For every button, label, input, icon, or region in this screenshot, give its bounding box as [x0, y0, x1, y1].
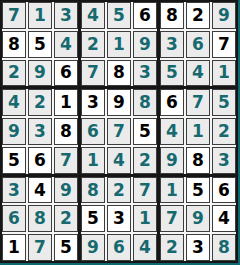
cell-r6c7[interactable]: 9: [160, 147, 184, 174]
cell-r7c5[interactable]: 2: [107, 177, 131, 204]
sudoku-box-2: 456219783: [81, 2, 157, 86]
cell-r4c7[interactable]: 6: [160, 89, 184, 116]
cell-r7c4[interactable]: 8: [81, 177, 105, 204]
cell-r8c4[interactable]: 5: [81, 205, 105, 232]
cell-r8c8[interactable]: 9: [186, 205, 210, 232]
sudoku-box-6: 675412983: [160, 89, 236, 173]
cell-r4c6[interactable]: 8: [133, 89, 157, 116]
cell-r8c6[interactable]: 1: [133, 205, 157, 232]
cell-r9c7[interactable]: 2: [160, 234, 184, 261]
cell-r6c1[interactable]: 5: [2, 147, 26, 174]
cell-r5c1[interactable]: 9: [2, 118, 26, 145]
cell-r4c1[interactable]: 4: [2, 89, 26, 116]
sudoku-box-5: 398675142: [81, 89, 157, 173]
cell-r1c8[interactable]: 2: [186, 2, 210, 29]
cell-r9c8[interactable]: 3: [186, 234, 210, 261]
cell-r2c1[interactable]: 8: [2, 31, 26, 58]
sudoku-box-9: 156794238: [160, 177, 236, 261]
cell-r3c2[interactable]: 9: [28, 60, 52, 87]
cell-r5c7[interactable]: 4: [160, 118, 184, 145]
cell-r6c5[interactable]: 4: [107, 147, 131, 174]
cell-r6c4[interactable]: 1: [81, 147, 105, 174]
cell-r3c8[interactable]: 4: [186, 60, 210, 87]
cell-r8c2[interactable]: 8: [28, 205, 52, 232]
cell-r3c7[interactable]: 5: [160, 60, 184, 87]
cell-r8c1[interactable]: 6: [2, 205, 26, 232]
cell-r1c2[interactable]: 1: [28, 2, 52, 29]
cell-r9c9[interactable]: 8: [212, 234, 236, 261]
cell-r6c2[interactable]: 6: [28, 147, 52, 174]
cell-r5c4[interactable]: 6: [81, 118, 105, 145]
cell-r1c6[interactable]: 6: [133, 2, 157, 29]
cell-r6c9[interactable]: 3: [212, 147, 236, 174]
cell-r5c5[interactable]: 7: [107, 118, 131, 145]
cell-r5c3[interactable]: 8: [54, 118, 78, 145]
cell-r5c6[interactable]: 5: [133, 118, 157, 145]
cell-r5c9[interactable]: 2: [212, 118, 236, 145]
cell-r2c2[interactable]: 5: [28, 31, 52, 58]
cell-r2c4[interactable]: 2: [81, 31, 105, 58]
cell-r2c7[interactable]: 3: [160, 31, 184, 58]
cell-r8c3[interactable]: 2: [54, 205, 78, 232]
cell-r1c7[interactable]: 8: [160, 2, 184, 29]
sudoku-box-4: 421938567: [2, 89, 78, 173]
sudoku-box-7: 349682175: [2, 177, 78, 261]
sudoku-board-frame: 7138542964562197838293675414219385673986…: [0, 0, 240, 265]
cell-r6c6[interactable]: 2: [133, 147, 157, 174]
cell-r2c9[interactable]: 7: [212, 31, 236, 58]
cell-r4c5[interactable]: 9: [107, 89, 131, 116]
sudoku-box-8: 827531964: [81, 177, 157, 261]
cell-r7c3[interactable]: 9: [54, 177, 78, 204]
cell-r3c5[interactable]: 8: [107, 60, 131, 87]
cell-r9c1[interactable]: 1: [2, 234, 26, 261]
cell-r8c5[interactable]: 3: [107, 205, 131, 232]
cell-r4c4[interactable]: 3: [81, 89, 105, 116]
cell-r7c8[interactable]: 5: [186, 177, 210, 204]
cell-r6c8[interactable]: 8: [186, 147, 210, 174]
cell-r1c9[interactable]: 9: [212, 2, 236, 29]
cell-r8c7[interactable]: 7: [160, 205, 184, 232]
cell-r9c6[interactable]: 4: [133, 234, 157, 261]
cell-r7c6[interactable]: 7: [133, 177, 157, 204]
cell-r4c8[interactable]: 7: [186, 89, 210, 116]
cell-r6c3[interactable]: 7: [54, 147, 78, 174]
cell-r7c7[interactable]: 1: [160, 177, 184, 204]
cell-r1c5[interactable]: 5: [107, 2, 131, 29]
cell-r4c9[interactable]: 5: [212, 89, 236, 116]
cell-r9c3[interactable]: 5: [54, 234, 78, 261]
sudoku-box-3: 829367541: [160, 2, 236, 86]
cell-r1c3[interactable]: 3: [54, 2, 78, 29]
sudoku-box-1: 713854296: [2, 2, 78, 86]
cell-r9c4[interactable]: 9: [81, 234, 105, 261]
cell-r3c6[interactable]: 3: [133, 60, 157, 87]
cell-r2c6[interactable]: 9: [133, 31, 157, 58]
cell-r2c5[interactable]: 1: [107, 31, 131, 58]
cell-r3c9[interactable]: 1: [212, 60, 236, 87]
cell-r4c3[interactable]: 1: [54, 89, 78, 116]
cell-r3c3[interactable]: 6: [54, 60, 78, 87]
cell-r4c2[interactable]: 2: [28, 89, 52, 116]
cell-r7c2[interactable]: 4: [28, 177, 52, 204]
cell-r2c8[interactable]: 6: [186, 31, 210, 58]
cell-r8c9[interactable]: 4: [212, 205, 236, 232]
cell-r5c2[interactable]: 3: [28, 118, 52, 145]
sudoku-board: 7138542964562197838293675414219385673986…: [0, 0, 238, 263]
cell-r2c3[interactable]: 4: [54, 31, 78, 58]
cell-r7c1[interactable]: 3: [2, 177, 26, 204]
cell-r9c2[interactable]: 7: [28, 234, 52, 261]
cell-r3c1[interactable]: 2: [2, 60, 26, 87]
cell-r1c1[interactable]: 7: [2, 2, 26, 29]
cell-r5c8[interactable]: 1: [186, 118, 210, 145]
cell-r1c4[interactable]: 4: [81, 2, 105, 29]
cell-r9c5[interactable]: 6: [107, 234, 131, 261]
cell-r3c4[interactable]: 7: [81, 60, 105, 87]
cell-r7c9[interactable]: 6: [212, 177, 236, 204]
